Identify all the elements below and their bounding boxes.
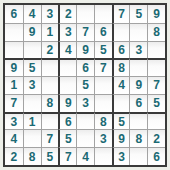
cell-r1c8[interactable]: 5	[129, 5, 147, 23]
cell-r7c4[interactable]: 6	[58, 112, 76, 130]
cell-r4c9[interactable]	[147, 58, 165, 76]
cell-r5c5[interactable]: 5	[76, 76, 94, 94]
cell-r6c8[interactable]: 6	[129, 94, 147, 112]
cell-r8c9[interactable]: 2	[147, 129, 165, 147]
cell-r3c5[interactable]: 9	[76, 41, 94, 59]
cell-r1c6[interactable]	[94, 5, 112, 23]
cell-r1c3[interactable]: 3	[41, 5, 59, 23]
cell-r2c8[interactable]	[129, 23, 147, 41]
sudoku-board: 6432759913768249563956781354977893653168…	[3, 3, 167, 167]
cell-r3c1[interactable]	[5, 41, 23, 59]
cell-r6c6[interactable]	[94, 94, 112, 112]
cell-r3c9[interactable]	[147, 41, 165, 59]
cell-r9c1[interactable]: 2	[5, 147, 23, 165]
cell-r8c2[interactable]	[23, 129, 41, 147]
cell-r4c4[interactable]	[58, 58, 76, 76]
cell-r9c3[interactable]: 5	[41, 147, 59, 165]
cell-r2c3[interactable]: 1	[41, 23, 59, 41]
cell-r2c5[interactable]: 7	[76, 23, 94, 41]
cell-r9c2[interactable]: 8	[23, 147, 41, 165]
cell-r2c9[interactable]: 8	[147, 23, 165, 41]
cell-r5c3[interactable]	[41, 76, 59, 94]
cell-r7c7[interactable]: 5	[112, 112, 130, 130]
cell-r8c1[interactable]: 4	[5, 129, 23, 147]
cell-r9c5[interactable]: 4	[76, 147, 94, 165]
cell-r4c3[interactable]	[41, 58, 59, 76]
cell-r1c5[interactable]	[76, 5, 94, 23]
cell-r6c3[interactable]: 8	[41, 94, 59, 112]
cell-r8c4[interactable]: 5	[58, 129, 76, 147]
cell-r7c5[interactable]	[76, 112, 94, 130]
cell-r5c8[interactable]: 9	[129, 76, 147, 94]
cell-r9c6[interactable]	[94, 147, 112, 165]
cell-r2c6[interactable]: 6	[94, 23, 112, 41]
cell-r3c8[interactable]: 3	[129, 41, 147, 59]
cell-r7c9[interactable]	[147, 112, 165, 130]
cell-r6c2[interactable]	[23, 94, 41, 112]
cell-r7c8[interactable]	[129, 112, 147, 130]
cell-r6c1[interactable]: 7	[5, 94, 23, 112]
cell-r7c1[interactable]: 3	[5, 112, 23, 130]
cell-r4c1[interactable]: 9	[5, 58, 23, 76]
cell-r2c2[interactable]: 9	[23, 23, 41, 41]
cell-r8c5[interactable]	[76, 129, 94, 147]
cell-r9c8[interactable]	[129, 147, 147, 165]
cell-r3c2[interactable]	[23, 41, 41, 59]
cell-r8c6[interactable]: 3	[94, 129, 112, 147]
cell-r5c4[interactable]	[58, 76, 76, 94]
cell-r4c7[interactable]: 8	[112, 58, 130, 76]
cell-r1c9[interactable]: 9	[147, 5, 165, 23]
cell-r7c2[interactable]: 1	[23, 112, 41, 130]
cell-r6c4[interactable]: 9	[58, 94, 76, 112]
cell-r5c1[interactable]: 1	[5, 76, 23, 94]
cell-r9c4[interactable]: 7	[58, 147, 76, 165]
cell-r5c6[interactable]	[94, 76, 112, 94]
cell-r8c7[interactable]: 9	[112, 129, 130, 147]
cell-r4c8[interactable]	[129, 58, 147, 76]
cell-r4c5[interactable]: 6	[76, 58, 94, 76]
cell-r1c2[interactable]: 4	[23, 5, 41, 23]
cell-r6c5[interactable]: 3	[76, 94, 94, 112]
cell-r2c1[interactable]	[5, 23, 23, 41]
cell-r1c1[interactable]: 6	[5, 5, 23, 23]
cell-r1c4[interactable]: 2	[58, 5, 76, 23]
cell-r4c2[interactable]: 5	[23, 58, 41, 76]
cell-r3c4[interactable]: 4	[58, 41, 76, 59]
cell-r8c8[interactable]: 8	[129, 129, 147, 147]
cell-r3c7[interactable]: 6	[112, 41, 130, 59]
cell-r3c3[interactable]: 2	[41, 41, 59, 59]
cell-r6c9[interactable]: 5	[147, 94, 165, 112]
cell-r9c7[interactable]: 3	[112, 147, 130, 165]
cell-r2c7[interactable]	[112, 23, 130, 41]
cell-r5c2[interactable]: 3	[23, 76, 41, 94]
cell-r9c9[interactable]: 6	[147, 147, 165, 165]
cell-r2c4[interactable]: 3	[58, 23, 76, 41]
cell-r8c3[interactable]: 7	[41, 129, 59, 147]
cell-r7c3[interactable]	[41, 112, 59, 130]
cell-r4c6[interactable]: 7	[94, 58, 112, 76]
cell-r1c7[interactable]: 7	[112, 5, 130, 23]
cell-r3c6[interactable]: 5	[94, 41, 112, 59]
cell-r5c9[interactable]: 7	[147, 76, 165, 94]
cell-r6c7[interactable]	[112, 94, 130, 112]
cell-r5c7[interactable]: 4	[112, 76, 130, 94]
cell-r7c6[interactable]: 8	[94, 112, 112, 130]
